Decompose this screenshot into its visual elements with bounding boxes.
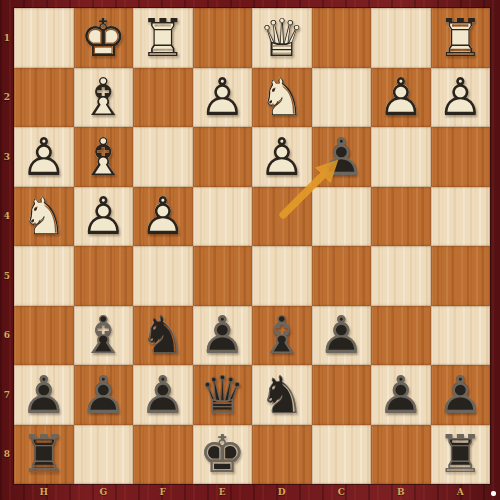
piece-glyph-outline: ♙ — [20, 131, 67, 183]
square-h3[interactable]: ♟♙ — [14, 127, 74, 187]
square-b4[interactable] — [371, 187, 431, 247]
black-pawn-a7[interactable]: ♟♙ — [437, 369, 484, 421]
piece-glyph-outline: ♙ — [377, 71, 424, 123]
square-a2[interactable]: ♟♙ — [431, 68, 491, 128]
black-knight-f6[interactable]: ♞♘ — [139, 309, 186, 361]
square-g6[interactable]: ♝♗ — [74, 306, 134, 366]
square-b2[interactable]: ♟♙ — [371, 68, 431, 128]
square-b7[interactable]: ♟♙ — [371, 365, 431, 425]
square-b3[interactable] — [371, 127, 431, 187]
black-knight-d7[interactable]: ♞♘ — [258, 369, 305, 421]
square-e2[interactable]: ♟♙ — [193, 68, 253, 128]
square-a1[interactable]: ♜♖ — [431, 8, 491, 68]
square-a5[interactable] — [431, 246, 491, 306]
rank-label-7: 7 — [0, 365, 14, 425]
square-h4[interactable]: ♞♘ — [14, 187, 74, 247]
black-pawn-f7[interactable]: ♟♙ — [139, 369, 186, 421]
rank-label-1: 1 — [0, 8, 14, 68]
square-c8[interactable] — [312, 425, 372, 485]
piece-glyph-outline: ♘ — [258, 71, 305, 123]
rank-label-6: 6 — [0, 306, 14, 366]
piece-glyph-outline: ♔ — [199, 428, 246, 480]
square-h8[interactable]: ♜♖ — [14, 425, 74, 485]
chess-board[interactable]: ♚♔♜♖♛♕♜♖♝♗♟♙♞♘♟♙♟♙♟♙♝♗♟♙♟♙♞♘♟♙♟♙♝♗♞♘♟♙♝♗… — [14, 8, 490, 484]
piece-glyph-outline: ♙ — [437, 71, 484, 123]
piece-glyph-outline: ♗ — [80, 71, 127, 123]
square-h1[interactable] — [14, 8, 74, 68]
rank-label-4: 4 — [0, 187, 14, 247]
square-f6[interactable]: ♞♘ — [133, 306, 193, 366]
square-h7[interactable]: ♟♙ — [14, 365, 74, 425]
white-bishop-g2[interactable]: ♝♗ — [80, 71, 127, 123]
square-h2[interactable] — [14, 68, 74, 128]
square-d3[interactable]: ♟♙ — [252, 127, 312, 187]
black-pawn-b7[interactable]: ♟♙ — [377, 369, 424, 421]
black-pawn-c6[interactable]: ♟♙ — [318, 309, 365, 361]
square-f1[interactable]: ♜♖ — [133, 8, 193, 68]
file-label-d: D — [252, 484, 312, 500]
piece-glyph-outline: ♖ — [20, 428, 67, 480]
piece-glyph-outline: ♗ — [80, 131, 127, 183]
piece-glyph-outline: ♙ — [318, 309, 365, 361]
chess-app-window: 12345678 ♚♔♜♖♛♕♜♖♝♗♟♙♞♘♟♙♟♙♟♙♝♗♟♙♟♙♞♘♟♙♟… — [0, 0, 500, 500]
square-g2[interactable]: ♝♗ — [74, 68, 134, 128]
black-bishop-g6[interactable]: ♝♗ — [80, 309, 127, 361]
square-e1[interactable] — [193, 8, 253, 68]
corner-dot — [491, 491, 496, 496]
square-g7[interactable]: ♟♙ — [74, 365, 134, 425]
square-g5[interactable] — [74, 246, 134, 306]
square-d7[interactable]: ♞♘ — [252, 365, 312, 425]
square-b8[interactable] — [371, 425, 431, 485]
square-a3[interactable] — [431, 127, 491, 187]
rank-label-5: 5 — [0, 246, 14, 306]
square-c7[interactable] — [312, 365, 372, 425]
square-b6[interactable] — [371, 306, 431, 366]
square-a8[interactable]: ♜♖ — [431, 425, 491, 485]
white-pawn-f4[interactable]: ♟♙ — [139, 190, 186, 242]
square-b5[interactable] — [371, 246, 431, 306]
piece-glyph-outline: ♘ — [139, 309, 186, 361]
piece-glyph-outline: ♖ — [437, 428, 484, 480]
white-king-g1[interactable]: ♚♔ — [80, 12, 127, 64]
file-labels: HGFEDCBA — [14, 484, 490, 500]
white-knight-h4[interactable]: ♞♘ — [20, 190, 67, 242]
rank-label-8: 8 — [0, 425, 14, 485]
white-knight-d2[interactable]: ♞♘ — [258, 71, 305, 123]
square-g8[interactable] — [74, 425, 134, 485]
white-pawn-g4[interactable]: ♟♙ — [80, 190, 127, 242]
black-pawn-c3[interactable]: ♟♙ — [318, 131, 365, 183]
square-f5[interactable] — [133, 246, 193, 306]
piece-glyph-outline: ♙ — [318, 131, 365, 183]
square-g4[interactable]: ♟♙ — [74, 187, 134, 247]
square-h5[interactable] — [14, 246, 74, 306]
white-queen-d1[interactable]: ♛♕ — [258, 12, 305, 64]
white-pawn-e2[interactable]: ♟♙ — [199, 71, 246, 123]
piece-glyph-outline: ♙ — [139, 190, 186, 242]
square-e6[interactable]: ♟♙ — [193, 306, 253, 366]
file-label-e: E — [193, 484, 253, 500]
square-f8[interactable] — [133, 425, 193, 485]
black-king-e8[interactable]: ♚♔ — [199, 428, 246, 480]
square-e3[interactable] — [193, 127, 253, 187]
square-f7[interactable]: ♟♙ — [133, 365, 193, 425]
square-e5[interactable] — [193, 246, 253, 306]
file-label-f: F — [133, 484, 193, 500]
square-f2[interactable] — [133, 68, 193, 128]
square-c2[interactable] — [312, 68, 372, 128]
black-rook-h8[interactable]: ♜♖ — [20, 428, 67, 480]
square-c4[interactable] — [312, 187, 372, 247]
square-h6[interactable] — [14, 306, 74, 366]
square-f4[interactable]: ♟♙ — [133, 187, 193, 247]
piece-glyph-outline: ♙ — [80, 190, 127, 242]
file-label-a: A — [431, 484, 491, 500]
square-d1[interactable]: ♛♕ — [252, 8, 312, 68]
black-bishop-d6[interactable]: ♝♗ — [258, 309, 305, 361]
square-d8[interactable] — [252, 425, 312, 485]
black-pawn-g7[interactable]: ♟♙ — [80, 369, 127, 421]
piece-glyph-outline: ♘ — [258, 369, 305, 421]
square-c6[interactable]: ♟♙ — [312, 306, 372, 366]
piece-glyph-outline: ♙ — [80, 369, 127, 421]
square-a6[interactable] — [431, 306, 491, 366]
piece-glyph-outline: ♘ — [20, 190, 67, 242]
white-rook-a1[interactable]: ♜♖ — [437, 12, 484, 64]
white-pawn-a2[interactable]: ♟♙ — [437, 71, 484, 123]
white-pawn-d3[interactable]: ♟♙ — [258, 131, 305, 183]
square-a4[interactable] — [431, 187, 491, 247]
square-d6[interactable]: ♝♗ — [252, 306, 312, 366]
black-pawn-e6[interactable]: ♟♙ — [199, 309, 246, 361]
piece-glyph-outline: ♗ — [258, 309, 305, 361]
square-c1[interactable] — [312, 8, 372, 68]
white-pawn-b2[interactable]: ♟♙ — [377, 71, 424, 123]
piece-glyph-outline: ♕ — [199, 369, 246, 421]
square-a7[interactable]: ♟♙ — [431, 365, 491, 425]
piece-glyph-outline: ♔ — [80, 12, 127, 64]
square-d4[interactable] — [252, 187, 312, 247]
square-c3[interactable]: ♟♙ — [312, 127, 372, 187]
piece-glyph-outline: ♙ — [199, 309, 246, 361]
white-bishop-g3[interactable]: ♝♗ — [80, 131, 127, 183]
black-pawn-h7[interactable]: ♟♙ — [20, 369, 67, 421]
white-pawn-h3[interactable]: ♟♙ — [20, 131, 67, 183]
piece-glyph-outline: ♙ — [199, 71, 246, 123]
black-queen-e7[interactable]: ♛♕ — [199, 369, 246, 421]
file-label-c: C — [312, 484, 372, 500]
piece-glyph-outline: ♙ — [377, 369, 424, 421]
square-g1[interactable]: ♚♔ — [74, 8, 134, 68]
piece-glyph-outline: ♗ — [80, 309, 127, 361]
square-e8[interactable]: ♚♔ — [193, 425, 253, 485]
square-d5[interactable] — [252, 246, 312, 306]
file-label-b: B — [371, 484, 431, 500]
square-f3[interactable] — [133, 127, 193, 187]
square-e4[interactable] — [193, 187, 253, 247]
piece-glyph-outline: ♙ — [139, 369, 186, 421]
file-label-g: G — [74, 484, 134, 500]
piece-glyph-outline: ♖ — [437, 12, 484, 64]
piece-glyph-outline: ♙ — [258, 131, 305, 183]
square-c5[interactable] — [312, 246, 372, 306]
piece-glyph-outline: ♖ — [139, 12, 186, 64]
rank-label-2: 2 — [0, 68, 14, 128]
square-d2[interactable]: ♞♘ — [252, 68, 312, 128]
rank-labels: 12345678 — [0, 8, 14, 484]
square-b1[interactable] — [371, 8, 431, 68]
rank-label-3: 3 — [0, 127, 14, 187]
white-rook-f1[interactable]: ♜♖ — [139, 12, 186, 64]
file-label-h: H — [14, 484, 74, 500]
piece-glyph-outline: ♕ — [258, 12, 305, 64]
square-g3[interactable]: ♝♗ — [74, 127, 134, 187]
piece-glyph-outline: ♙ — [437, 369, 484, 421]
black-rook-a8[interactable]: ♜♖ — [437, 428, 484, 480]
square-e7[interactable]: ♛♕ — [193, 365, 253, 425]
piece-glyph-outline: ♙ — [20, 369, 67, 421]
